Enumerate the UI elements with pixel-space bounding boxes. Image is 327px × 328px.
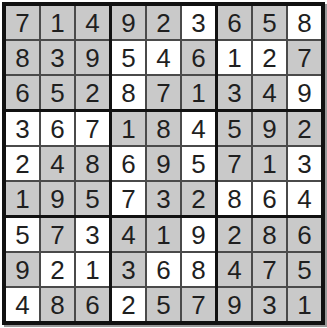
cell-r9c1[interactable]: 4	[6, 288, 39, 321]
page: 7148396529235468716581273493672481951846…	[0, 0, 327, 328]
cell-r7c9[interactable]: 6	[288, 218, 321, 251]
cell-r4c4[interactable]: 1	[112, 112, 145, 145]
cell-r4c2[interactable]: 6	[41, 112, 74, 145]
cell-r7c2[interactable]: 7	[41, 218, 74, 251]
cell-r4c3[interactable]: 7	[76, 112, 109, 145]
cell-r9c2[interactable]: 8	[41, 288, 74, 321]
sudoku-box-2: 923546871	[112, 6, 215, 109]
cell-r6c7[interactable]: 8	[218, 182, 251, 215]
cell-r8c4[interactable]: 3	[112, 253, 145, 286]
cell-r9c9[interactable]: 1	[288, 288, 321, 321]
cell-r8c9[interactable]: 5	[288, 253, 321, 286]
cell-r7c7[interactable]: 2	[218, 218, 251, 251]
cell-r3c7[interactable]: 3	[218, 76, 251, 109]
cell-r1c8[interactable]: 5	[253, 6, 286, 39]
cell-r1c2[interactable]: 1	[41, 6, 74, 39]
cell-r9c8[interactable]: 3	[253, 288, 286, 321]
cell-r3c5[interactable]: 7	[147, 76, 180, 109]
cell-r1c4[interactable]: 9	[112, 6, 145, 39]
cell-r2c7[interactable]: 1	[218, 41, 251, 74]
cell-r7c1[interactable]: 5	[6, 218, 39, 251]
cell-r6c9[interactable]: 4	[288, 182, 321, 215]
cell-r2c2[interactable]: 3	[41, 41, 74, 74]
sudoku-box-6: 592713864	[218, 112, 321, 215]
cell-r6c4[interactable]: 7	[112, 182, 145, 215]
cell-r2c9[interactable]: 7	[288, 41, 321, 74]
cell-r5c7[interactable]: 7	[218, 147, 251, 180]
cell-r2c5[interactable]: 4	[147, 41, 180, 74]
cell-r9c7[interactable]: 9	[218, 288, 251, 321]
cell-r7c5[interactable]: 1	[147, 218, 180, 251]
cell-r5c1[interactable]: 2	[6, 147, 39, 180]
cell-r9c3[interactable]: 6	[76, 288, 109, 321]
cell-r5c5[interactable]: 9	[147, 147, 180, 180]
cell-r8c3[interactable]: 1	[76, 253, 109, 286]
sudoku-board: 7148396529235468716581273493672481951846…	[2, 2, 325, 325]
cell-r4c6[interactable]: 4	[182, 112, 215, 145]
cell-r6c3[interactable]: 5	[76, 182, 109, 215]
cell-r7c4[interactable]: 4	[112, 218, 145, 251]
cell-r3c3[interactable]: 2	[76, 76, 109, 109]
cell-r1c5[interactable]: 2	[147, 6, 180, 39]
cell-r9c4[interactable]: 2	[112, 288, 145, 321]
sudoku-box-1: 714839652	[6, 6, 109, 109]
cell-r1c7[interactable]: 6	[218, 6, 251, 39]
cell-r2c8[interactable]: 2	[253, 41, 286, 74]
sudoku-box-3: 658127349	[218, 6, 321, 109]
cell-r5c9[interactable]: 3	[288, 147, 321, 180]
cell-r3c2[interactable]: 5	[41, 76, 74, 109]
cell-r4c1[interactable]: 3	[6, 112, 39, 145]
cell-r3c6[interactable]: 1	[182, 76, 215, 109]
cell-r5c2[interactable]: 4	[41, 147, 74, 180]
cell-r8c1[interactable]: 9	[6, 253, 39, 286]
cell-r4c7[interactable]: 5	[218, 112, 251, 145]
cell-r8c7[interactable]: 4	[218, 253, 251, 286]
cell-r8c5[interactable]: 6	[147, 253, 180, 286]
sudoku-box-5: 184695732	[112, 112, 215, 215]
cell-r8c8[interactable]: 7	[253, 253, 286, 286]
sudoku-box-8: 419368257	[112, 218, 215, 321]
cell-r3c9[interactable]: 9	[288, 76, 321, 109]
cell-r6c5[interactable]: 3	[147, 182, 180, 215]
cell-r2c1[interactable]: 8	[6, 41, 39, 74]
cell-r5c4[interactable]: 6	[112, 147, 145, 180]
cell-r5c6[interactable]: 5	[182, 147, 215, 180]
cell-r5c3[interactable]: 8	[76, 147, 109, 180]
cell-r3c4[interactable]: 8	[112, 76, 145, 109]
cell-r1c1[interactable]: 7	[6, 6, 39, 39]
cell-r4c8[interactable]: 9	[253, 112, 286, 145]
cell-r7c6[interactable]: 9	[182, 218, 215, 251]
cell-r3c8[interactable]: 4	[253, 76, 286, 109]
sudoku-box-7: 573921486	[6, 218, 109, 321]
cell-r7c8[interactable]: 8	[253, 218, 286, 251]
cell-r6c6[interactable]: 2	[182, 182, 215, 215]
cell-r1c3[interactable]: 4	[76, 6, 109, 39]
cell-r8c2[interactable]: 2	[41, 253, 74, 286]
cell-r6c1[interactable]: 1	[6, 182, 39, 215]
cell-r1c9[interactable]: 8	[288, 6, 321, 39]
cell-r5c8[interactable]: 1	[253, 147, 286, 180]
cell-r2c4[interactable]: 5	[112, 41, 145, 74]
sudoku-box-9: 286475931	[218, 218, 321, 321]
cell-r1c6[interactable]: 3	[182, 6, 215, 39]
cell-r8c6[interactable]: 8	[182, 253, 215, 286]
sudoku-box-4: 367248195	[6, 112, 109, 215]
cell-r4c5[interactable]: 8	[147, 112, 180, 145]
cell-r9c6[interactable]: 7	[182, 288, 215, 321]
cell-r9c5[interactable]: 5	[147, 288, 180, 321]
cell-r2c3[interactable]: 9	[76, 41, 109, 74]
cell-r2c6[interactable]: 6	[182, 41, 215, 74]
cell-r3c1[interactable]: 6	[6, 76, 39, 109]
cell-r6c2[interactable]: 9	[41, 182, 74, 215]
cell-r6c8[interactable]: 6	[253, 182, 286, 215]
cell-r4c9[interactable]: 2	[288, 112, 321, 145]
cell-r7c3[interactable]: 3	[76, 218, 109, 251]
